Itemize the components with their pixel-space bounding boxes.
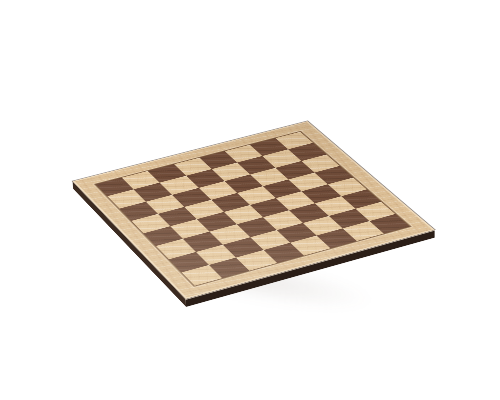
square-h1 <box>182 265 223 286</box>
square-f5 <box>263 210 303 230</box>
square-h7 <box>343 221 383 241</box>
square-f3 <box>210 224 250 244</box>
square-e1 <box>144 226 184 246</box>
square-f2 <box>183 232 223 252</box>
square-h6 <box>317 228 358 248</box>
square-g6 <box>303 216 343 236</box>
square-g8 <box>355 202 395 221</box>
square-e3 <box>197 212 236 232</box>
square-h8 <box>369 214 409 234</box>
square-e4 <box>224 205 263 224</box>
square-g1 <box>169 252 209 273</box>
square-h5 <box>290 235 331 255</box>
square-h4 <box>263 243 304 263</box>
square-g5 <box>276 223 316 243</box>
square-g2 <box>196 244 236 264</box>
square-g4 <box>250 230 290 250</box>
square-f1 <box>156 239 196 259</box>
square-h3 <box>236 250 277 271</box>
square-f4 <box>237 217 277 237</box>
square-d1 <box>131 214 170 234</box>
square-h2 <box>209 257 250 278</box>
square-g3 <box>223 237 263 257</box>
square-f6 <box>289 203 329 222</box>
product-photo-stage <box>0 0 500 400</box>
square-e2 <box>171 219 210 239</box>
square-d2 <box>158 207 197 226</box>
square-g7 <box>329 209 369 229</box>
